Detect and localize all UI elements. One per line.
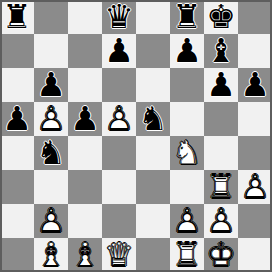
square-h4[interactable] xyxy=(238,136,272,170)
square-h7[interactable] xyxy=(238,34,272,68)
square-c6[interactable] xyxy=(68,68,102,102)
black-pawn-icon: ♟ xyxy=(34,68,68,102)
black-queen-icon: ♛ xyxy=(102,0,136,34)
square-g4[interactable] xyxy=(204,136,238,170)
square-d7[interactable]: ♟ xyxy=(102,34,136,68)
square-c7[interactable] xyxy=(68,34,102,68)
square-e4[interactable] xyxy=(136,136,170,170)
square-h1[interactable] xyxy=(238,238,272,272)
black-queen-d8[interactable]: ♛ xyxy=(102,0,136,34)
black-bishop-g7[interactable]: ♝ xyxy=(204,34,238,68)
black-pawn-icon: ♟ xyxy=(204,68,238,102)
black-king-icon: ♚ xyxy=(204,0,238,34)
chess-board: ♜♛♜♚♟♟♝♟♟♟♟♟♙♟♟♙♞♞♞♘♜♖♟♙♟♙♟♙♟♙♝♗♝♗♛♕♜♖♚♔ xyxy=(0,0,272,272)
square-c2[interactable] xyxy=(68,204,102,238)
square-e3[interactable] xyxy=(136,170,170,204)
white-pawn-b2[interactable]: ♟♙ xyxy=(34,204,68,238)
white-pawn-outline-icon: ♙ xyxy=(170,204,204,238)
white-king-outline-icon: ♔ xyxy=(204,238,238,272)
white-bishop-outline-icon: ♗ xyxy=(34,238,68,272)
square-c5[interactable]: ♟ xyxy=(68,102,102,136)
square-a6[interactable] xyxy=(0,68,34,102)
white-knight-outline-icon: ♘ xyxy=(170,136,204,170)
white-rook-g3[interactable]: ♜♖ xyxy=(204,170,238,204)
square-e5[interactable]: ♞ xyxy=(136,102,170,136)
white-knight-f4[interactable]: ♞♘ xyxy=(170,136,204,170)
square-d1[interactable]: ♛♕ xyxy=(102,238,136,272)
black-pawn-icon: ♟ xyxy=(170,34,204,68)
black-knight-icon: ♞ xyxy=(136,102,170,136)
square-f5[interactable] xyxy=(170,102,204,136)
white-bishop-b1[interactable]: ♝♗ xyxy=(34,238,68,272)
square-d5[interactable]: ♟♙ xyxy=(102,102,136,136)
square-a3[interactable] xyxy=(0,170,34,204)
black-knight-b4[interactable]: ♞ xyxy=(34,136,68,170)
square-d4[interactable] xyxy=(102,136,136,170)
white-rook-f1[interactable]: ♜♖ xyxy=(170,238,204,272)
square-h2[interactable] xyxy=(238,204,272,238)
square-b7[interactable] xyxy=(34,34,68,68)
white-pawn-g2[interactable]: ♟♙ xyxy=(204,204,238,238)
square-a4[interactable] xyxy=(0,136,34,170)
square-d8[interactable]: ♛ xyxy=(102,0,136,34)
square-g5[interactable] xyxy=(204,102,238,136)
black-pawn-c5[interactable]: ♟ xyxy=(68,102,102,136)
black-pawn-b6[interactable]: ♟ xyxy=(34,68,68,102)
square-e2[interactable] xyxy=(136,204,170,238)
black-pawn-a5[interactable]: ♟ xyxy=(0,102,34,136)
white-pawn-outline-icon: ♙ xyxy=(102,102,136,136)
black-pawn-icon: ♟ xyxy=(102,34,136,68)
square-g1[interactable]: ♚♔ xyxy=(204,238,238,272)
white-pawn-outline-icon: ♙ xyxy=(34,204,68,238)
square-g2[interactable]: ♟♙ xyxy=(204,204,238,238)
black-rook-a8[interactable]: ♜ xyxy=(0,0,34,34)
black-pawn-g6[interactable]: ♟ xyxy=(204,68,238,102)
black-pawn-icon: ♟ xyxy=(238,68,272,102)
square-f2[interactable]: ♟♙ xyxy=(170,204,204,238)
square-a1[interactable] xyxy=(0,238,34,272)
square-h3[interactable]: ♟♙ xyxy=(238,170,272,204)
black-rook-icon: ♜ xyxy=(0,0,34,34)
square-d6[interactable] xyxy=(102,68,136,102)
white-pawn-d5[interactable]: ♟♙ xyxy=(102,102,136,136)
square-a5[interactable]: ♟ xyxy=(0,102,34,136)
white-queen-d1[interactable]: ♛♕ xyxy=(102,238,136,272)
square-c3[interactable] xyxy=(68,170,102,204)
square-f7[interactable]: ♟ xyxy=(170,34,204,68)
square-b2[interactable]: ♟♙ xyxy=(34,204,68,238)
white-rook-outline-icon: ♖ xyxy=(170,238,204,272)
black-pawn-f7[interactable]: ♟ xyxy=(170,34,204,68)
white-bishop-c1[interactable]: ♝♗ xyxy=(68,238,102,272)
white-pawn-f2[interactable]: ♟♙ xyxy=(170,204,204,238)
square-f3[interactable] xyxy=(170,170,204,204)
square-e1[interactable] xyxy=(136,238,170,272)
black-pawn-h6[interactable]: ♟ xyxy=(238,68,272,102)
white-bishop-outline-icon: ♗ xyxy=(68,238,102,272)
square-b4[interactable]: ♞ xyxy=(34,136,68,170)
square-f4[interactable]: ♞♘ xyxy=(170,136,204,170)
square-f1[interactable]: ♜♖ xyxy=(170,238,204,272)
square-c4[interactable] xyxy=(68,136,102,170)
square-b6[interactable]: ♟ xyxy=(34,68,68,102)
white-rook-outline-icon: ♖ xyxy=(204,170,238,204)
square-f8[interactable]: ♜ xyxy=(170,0,204,34)
white-queen-outline-icon: ♕ xyxy=(102,238,136,272)
square-a8[interactable]: ♜ xyxy=(0,0,34,34)
square-a7[interactable] xyxy=(0,34,34,68)
white-pawn-outline-icon: ♙ xyxy=(34,102,68,136)
square-h5[interactable] xyxy=(238,102,272,136)
black-knight-e5[interactable]: ♞ xyxy=(136,102,170,136)
white-king-g1[interactable]: ♚♔ xyxy=(204,238,238,272)
square-f6[interactable] xyxy=(170,68,204,102)
square-b8[interactable] xyxy=(34,0,68,34)
board-grid: ♜♛♜♚♟♟♝♟♟♟♟♟♙♟♟♙♞♞♞♘♜♖♟♙♟♙♟♙♟♙♝♗♝♗♛♕♜♖♚♔ xyxy=(0,0,272,272)
black-pawn-d7[interactable]: ♟ xyxy=(102,34,136,68)
square-h6[interactable]: ♟ xyxy=(238,68,272,102)
square-c8[interactable] xyxy=(68,0,102,34)
square-a2[interactable] xyxy=(0,204,34,238)
white-pawn-outline-icon: ♙ xyxy=(204,204,238,238)
square-g6[interactable]: ♟ xyxy=(204,68,238,102)
white-pawn-outline-icon: ♙ xyxy=(238,170,272,204)
black-knight-icon: ♞ xyxy=(34,136,68,170)
square-g8[interactable]: ♚ xyxy=(204,0,238,34)
square-b3[interactable] xyxy=(34,170,68,204)
square-e6[interactable] xyxy=(136,68,170,102)
square-d3[interactable] xyxy=(102,170,136,204)
white-pawn-b5[interactable]: ♟♙ xyxy=(34,102,68,136)
black-king-g8[interactable]: ♚ xyxy=(204,0,238,34)
black-pawn-icon: ♟ xyxy=(68,102,102,136)
square-e7[interactable] xyxy=(136,34,170,68)
square-b5[interactable]: ♟♙ xyxy=(34,102,68,136)
square-b1[interactable]: ♝♗ xyxy=(34,238,68,272)
square-d2[interactable] xyxy=(102,204,136,238)
black-rook-icon: ♜ xyxy=(170,0,204,34)
square-e8[interactable] xyxy=(136,0,170,34)
square-g7[interactable]: ♝ xyxy=(204,34,238,68)
black-bishop-icon: ♝ xyxy=(204,34,238,68)
white-pawn-h3[interactable]: ♟♙ xyxy=(238,170,272,204)
black-rook-f8[interactable]: ♜ xyxy=(170,0,204,34)
black-pawn-icon: ♟ xyxy=(0,102,34,136)
square-c1[interactable]: ♝♗ xyxy=(68,238,102,272)
square-g3[interactable]: ♜♖ xyxy=(204,170,238,204)
square-h8[interactable] xyxy=(238,0,272,34)
